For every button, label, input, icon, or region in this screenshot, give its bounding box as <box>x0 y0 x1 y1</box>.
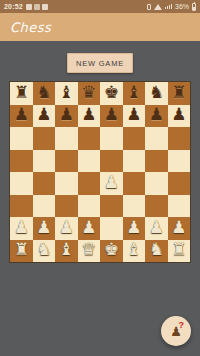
square-a2[interactable]: ♟ <box>10 217 33 240</box>
screenshot-icon <box>26 4 32 10</box>
square-d7[interactable]: ♟ <box>78 105 101 128</box>
piece-wn: ♞ <box>149 241 164 258</box>
square-e1[interactable]: ♚ <box>100 240 123 263</box>
app-notification-icon <box>34 4 40 10</box>
square-b1[interactable]: ♞ <box>33 240 56 263</box>
square-g8[interactable]: ♞ <box>145 82 168 105</box>
square-f8[interactable]: ♝ <box>123 82 146 105</box>
square-c2[interactable]: ♟ <box>55 217 78 240</box>
page-title: Chess <box>10 20 51 35</box>
notification-icons <box>26 4 48 10</box>
piece-bp: ♟ <box>59 106 74 123</box>
square-e7[interactable]: ♟ <box>100 105 123 128</box>
piece-wp: ♟ <box>59 219 74 236</box>
piece-br: ♜ <box>14 84 29 101</box>
square-a8[interactable]: ♜ <box>10 82 33 105</box>
square-h7[interactable]: ♟ <box>168 105 191 128</box>
message-icon <box>42 4 48 10</box>
square-e6[interactable] <box>100 127 123 150</box>
square-a4[interactable] <box>10 172 33 195</box>
piece-bk: ♚ <box>104 84 119 101</box>
clock-time: 20:52 <box>4 3 23 10</box>
square-c8[interactable]: ♝ <box>55 82 78 105</box>
square-e8[interactable]: ♚ <box>100 82 123 105</box>
square-b8[interactable]: ♞ <box>33 82 56 105</box>
square-e2[interactable] <box>100 217 123 240</box>
piece-wp: ♟ <box>14 219 29 236</box>
piece-bp: ♟ <box>36 106 51 123</box>
square-d5[interactable] <box>78 150 101 173</box>
vibrate-icon <box>147 4 151 10</box>
piece-wr: ♜ <box>171 241 186 258</box>
square-c7[interactable]: ♟ <box>55 105 78 128</box>
square-b6[interactable] <box>33 127 56 150</box>
square-g2[interactable]: ♟ <box>145 217 168 240</box>
square-h5[interactable] <box>168 150 191 173</box>
square-c5[interactable] <box>55 150 78 173</box>
question-mark-icon: ? <box>179 321 185 330</box>
square-e4[interactable]: ♟ <box>100 172 123 195</box>
square-c1[interactable]: ♝ <box>55 240 78 263</box>
square-b7[interactable]: ♟ <box>33 105 56 128</box>
piece-wb: ♝ <box>59 241 74 258</box>
piece-wk: ♚ <box>104 241 119 258</box>
piece-bp: ♟ <box>81 106 96 123</box>
square-h3[interactable] <box>168 195 191 218</box>
square-d4[interactable] <box>78 172 101 195</box>
square-d3[interactable] <box>78 195 101 218</box>
square-g7[interactable]: ♟ <box>145 105 168 128</box>
piece-bb: ♝ <box>59 84 74 101</box>
hint-button[interactable]: ♟ ? <box>161 316 191 346</box>
piece-wr: ♜ <box>14 241 29 258</box>
square-d2[interactable]: ♟ <box>78 217 101 240</box>
square-h2[interactable]: ♟ <box>168 217 191 240</box>
signal-icon <box>165 4 172 9</box>
new-game-button[interactable]: NEW GAME <box>67 53 133 73</box>
square-b2[interactable]: ♟ <box>33 217 56 240</box>
square-g6[interactable] <box>145 127 168 150</box>
square-h8[interactable]: ♜ <box>168 82 191 105</box>
battery-icon <box>192 3 196 11</box>
square-e3[interactable] <box>100 195 123 218</box>
square-b4[interactable] <box>33 172 56 195</box>
square-a5[interactable] <box>10 150 33 173</box>
square-a6[interactable] <box>10 127 33 150</box>
square-d6[interactable] <box>78 127 101 150</box>
square-f5[interactable] <box>123 150 146 173</box>
piece-bq: ♛ <box>81 84 96 101</box>
square-f4[interactable] <box>123 172 146 195</box>
piece-wn: ♞ <box>36 241 51 258</box>
square-d8[interactable]: ♛ <box>78 82 101 105</box>
chess-board[interactable]: ♜♞♝♛♚♝♞♜♟♟♟♟♟♟♟♟♟♟♟♟♟♟♟♟♜♞♝♛♚♝♞♜ <box>10 82 190 262</box>
square-g3[interactable] <box>145 195 168 218</box>
status-bar: 20:52 36% <box>0 0 200 13</box>
square-f6[interactable] <box>123 127 146 150</box>
piece-wp: ♟ <box>171 219 186 236</box>
piece-bp: ♟ <box>14 106 29 123</box>
square-h1[interactable]: ♜ <box>168 240 191 263</box>
piece-wq: ♛ <box>81 241 96 258</box>
piece-bp: ♟ <box>126 106 141 123</box>
square-f2[interactable]: ♟ <box>123 217 146 240</box>
square-f7[interactable]: ♟ <box>123 105 146 128</box>
square-h6[interactable] <box>168 127 191 150</box>
piece-bp: ♟ <box>104 106 119 123</box>
piece-bp: ♟ <box>171 106 186 123</box>
piece-wp: ♟ <box>36 219 51 236</box>
piece-wp: ♟ <box>104 174 119 191</box>
battery-percent: 36% <box>175 3 189 10</box>
piece-wb: ♝ <box>126 241 141 258</box>
piece-wp: ♟ <box>81 219 96 236</box>
square-a7[interactable]: ♟ <box>10 105 33 128</box>
piece-bb: ♝ <box>126 84 141 101</box>
square-c4[interactable] <box>55 172 78 195</box>
wifi-icon <box>154 4 162 10</box>
square-d1[interactable]: ♛ <box>78 240 101 263</box>
piece-bn: ♞ <box>36 84 51 101</box>
square-c6[interactable] <box>55 127 78 150</box>
square-b3[interactable] <box>33 195 56 218</box>
square-c3[interactable] <box>55 195 78 218</box>
piece-wp: ♟ <box>126 219 141 236</box>
piece-bp: ♟ <box>149 106 164 123</box>
square-h4[interactable] <box>168 172 191 195</box>
square-f3[interactable] <box>123 195 146 218</box>
square-b5[interactable] <box>33 150 56 173</box>
square-g1[interactable]: ♞ <box>145 240 168 263</box>
piece-bn: ♞ <box>149 84 164 101</box>
square-f1[interactable]: ♝ <box>123 240 146 263</box>
piece-wp: ♟ <box>149 219 164 236</box>
piece-br: ♜ <box>171 84 186 101</box>
app-bar: Chess <box>0 13 200 41</box>
square-e5[interactable] <box>100 150 123 173</box>
square-a1[interactable]: ♜ <box>10 240 33 263</box>
square-a3[interactable] <box>10 195 33 218</box>
square-g5[interactable] <box>145 150 168 173</box>
square-g4[interactable] <box>145 172 168 195</box>
